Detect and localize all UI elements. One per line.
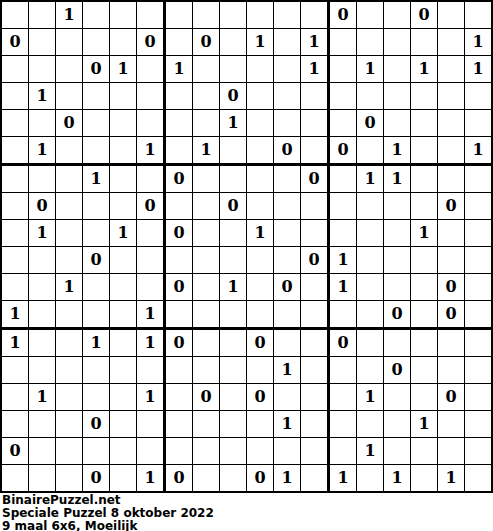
cell-r11-c13[interactable]	[357, 301, 383, 327]
cell-r9-c4[interactable]	[110, 247, 136, 273]
cell-r10-c2: 1	[56, 274, 82, 300]
cell-r9-c15[interactable]	[411, 247, 437, 273]
cell-r2-c12[interactable]	[330, 56, 356, 82]
cell-r7-c2[interactable]	[56, 193, 82, 219]
cell-r5-c3[interactable]	[83, 137, 109, 163]
cell-r14-c17[interactable]	[465, 384, 491, 410]
cell-r3-c1: 1	[29, 83, 55, 109]
cell-r0-c3[interactable]	[83, 2, 109, 28]
cell-r9-c14[interactable]	[384, 247, 410, 273]
cell-r11-c11[interactable]	[301, 301, 327, 327]
cell-r7-c3[interactable]	[83, 193, 109, 219]
cell-r3-c2[interactable]	[56, 83, 82, 109]
cell-r4-c8: 1	[220, 110, 246, 136]
cell-r9-c0[interactable]	[2, 247, 28, 273]
cell-r0-c17[interactable]	[465, 2, 491, 28]
cell-r15-c11[interactable]	[301, 411, 327, 437]
cell-r3-c8: 0	[220, 83, 246, 109]
cell-r7-c6[interactable]	[166, 193, 192, 219]
cell-r15-c17[interactable]	[465, 411, 491, 437]
cell-r3-c6[interactable]	[166, 83, 192, 109]
cell-r9-c2[interactable]	[56, 247, 82, 273]
cell-r14-c13: 1	[357, 384, 383, 410]
cell-r16-c10[interactable]	[274, 438, 300, 464]
cell-r5-c10: 0	[274, 137, 300, 163]
cell-r4-c14[interactable]	[384, 110, 410, 136]
cell-r12-c9: 0	[247, 330, 273, 356]
cell-r16-c12[interactable]	[330, 438, 356, 464]
cell-r1-c13[interactable]	[357, 29, 383, 55]
cell-r3-c17[interactable]	[465, 83, 491, 109]
cell-r17-c2[interactable]	[56, 465, 82, 491]
cell-r10-c1[interactable]	[29, 274, 55, 300]
cell-r0-c16[interactable]	[438, 2, 464, 28]
cell-r7-c9[interactable]	[247, 193, 273, 219]
cell-r15-c0[interactable]	[2, 411, 28, 437]
cell-r15-c4[interactable]	[110, 411, 136, 437]
cell-r14-c9: 0	[247, 384, 273, 410]
cell-r10-c5[interactable]	[137, 274, 163, 300]
cell-r5-c2[interactable]	[56, 137, 82, 163]
cell-r11-c2[interactable]	[56, 301, 82, 327]
cell-r10-c14[interactable]	[384, 274, 410, 300]
cell-r4-c3[interactable]	[83, 110, 109, 136]
cell-r14-c4[interactable]	[110, 384, 136, 410]
cell-r8-c2[interactable]	[56, 220, 82, 246]
cell-r2-c14[interactable]	[384, 56, 410, 82]
cell-r1-c7: 0	[193, 29, 219, 55]
cell-r16-c15[interactable]	[411, 438, 437, 464]
cell-r3-c7[interactable]	[193, 83, 219, 109]
cell-r9-c12: 1	[330, 247, 356, 273]
cell-r1-c2[interactable]	[56, 29, 82, 55]
cell-r16-c3[interactable]	[83, 438, 109, 464]
cell-r15-c2[interactable]	[56, 411, 82, 437]
cell-r13-c4[interactable]	[110, 357, 136, 383]
cell-r2-c1[interactable]	[29, 56, 55, 82]
cell-r4-c0[interactable]	[2, 110, 28, 136]
cell-r3-c0[interactable]	[2, 83, 28, 109]
cell-r2-c8[interactable]	[220, 56, 246, 82]
cell-r1-c0: 0	[2, 29, 28, 55]
cell-r9-c3: 0	[83, 247, 109, 273]
cell-r14-c2[interactable]	[56, 384, 82, 410]
cell-r11-c16: 0	[438, 301, 464, 327]
puzzle-block-1-2: 110111000	[330, 166, 491, 327]
cell-r16-c9[interactable]	[247, 438, 273, 464]
puzzle-block-1-1: 000010010	[166, 166, 327, 327]
cell-r0-c12: 0	[330, 2, 356, 28]
cell-r3-c10[interactable]	[274, 83, 300, 109]
cell-r0-c11[interactable]	[301, 2, 327, 28]
cell-r7-c7[interactable]	[193, 193, 219, 219]
cell-r14-c15[interactable]	[411, 384, 437, 410]
cell-r5-c6[interactable]	[166, 137, 192, 163]
cell-r6-c8[interactable]	[220, 166, 246, 192]
cell-r17-c17[interactable]	[465, 465, 491, 491]
cell-r9-c13[interactable]	[357, 247, 383, 273]
cell-r6-c13: 1	[357, 166, 383, 192]
cell-r15-c3: 0	[83, 411, 109, 437]
cell-r8-c17[interactable]	[465, 220, 491, 246]
cell-r1-c10[interactable]	[274, 29, 300, 55]
cell-r12-c6: 0	[166, 330, 192, 356]
cell-r10-c4[interactable]	[110, 274, 136, 300]
cell-r10-c8: 1	[220, 274, 246, 300]
cell-r6-c10[interactable]	[274, 166, 300, 192]
cell-r3-c11[interactable]	[301, 83, 327, 109]
cell-r0-c7[interactable]	[193, 2, 219, 28]
cell-r17-c3: 0	[83, 465, 109, 491]
cell-r11-c7[interactable]	[193, 301, 219, 327]
cell-r9-c10[interactable]	[274, 247, 300, 273]
cell-r2-c16[interactable]	[438, 56, 464, 82]
cell-r0-c0[interactable]	[2, 2, 28, 28]
cell-r0-c5[interactable]	[137, 2, 163, 28]
cell-r6-c0[interactable]	[2, 166, 28, 192]
cell-r12-c1[interactable]	[29, 330, 55, 356]
cell-r4-c1[interactable]	[29, 110, 55, 136]
cell-r8-c7[interactable]	[193, 220, 219, 246]
cell-r4-c5[interactable]	[137, 110, 163, 136]
cell-r3-c3[interactable]	[83, 83, 109, 109]
cell-r10-c11[interactable]	[301, 274, 327, 300]
cell-r5-c4[interactable]	[110, 137, 136, 163]
cell-r8-c16[interactable]	[438, 220, 464, 246]
cell-r1-c14[interactable]	[384, 29, 410, 55]
cell-r11-c14: 0	[384, 301, 410, 327]
cell-r6-c1[interactable]	[29, 166, 55, 192]
cell-r0-c8[interactable]	[220, 2, 246, 28]
cell-r9-c8[interactable]	[220, 247, 246, 273]
cell-r16-c7[interactable]	[193, 438, 219, 464]
cell-r8-c5[interactable]	[137, 220, 163, 246]
cell-r7-c12[interactable]	[330, 193, 356, 219]
cell-r14-c11[interactable]	[301, 384, 327, 410]
puzzle-info: 9 maal 6x6, Moeilijk	[2, 520, 493, 531]
cell-r9-c9[interactable]	[247, 247, 273, 273]
cell-r12-c11[interactable]	[301, 330, 327, 356]
cell-r4-c2: 0	[56, 110, 82, 136]
cell-r1-c1[interactable]	[29, 29, 55, 55]
cell-r2-c9[interactable]	[247, 56, 273, 82]
cell-r13-c13[interactable]	[357, 357, 383, 383]
cell-r16-c4[interactable]	[110, 438, 136, 464]
cell-r15-c8[interactable]	[220, 411, 246, 437]
cell-r15-c1[interactable]	[29, 411, 55, 437]
cell-r13-c2[interactable]	[56, 357, 82, 383]
cell-r17-c0[interactable]	[2, 465, 28, 491]
cell-r11-c0: 1	[2, 301, 28, 327]
cell-r14-c10[interactable]	[274, 384, 300, 410]
cell-r2-c10[interactable]	[274, 56, 300, 82]
cell-r4-c12[interactable]	[330, 110, 356, 136]
puzzle-block-2-2: 001011111	[330, 330, 491, 491]
cell-r15-c7[interactable]	[193, 411, 219, 437]
cell-r0-c4[interactable]	[110, 2, 136, 28]
cell-r17-c1[interactable]	[29, 465, 55, 491]
cell-r16-c11[interactable]	[301, 438, 327, 464]
cell-r10-c12: 1	[330, 274, 356, 300]
cell-r14-c0[interactable]	[2, 384, 28, 410]
cell-r7-c0[interactable]	[2, 193, 28, 219]
cell-r0-c13[interactable]	[357, 2, 383, 28]
cell-r13-c5[interactable]	[137, 357, 163, 383]
cell-r5-c16[interactable]	[438, 137, 464, 163]
cell-r0-c9[interactable]	[247, 2, 273, 28]
cell-r15-c16[interactable]	[438, 411, 464, 437]
cell-r5-c13[interactable]	[357, 137, 383, 163]
cell-r3-c12[interactable]	[330, 83, 356, 109]
cell-r16-c8[interactable]	[220, 438, 246, 464]
cell-r4-c16[interactable]	[438, 110, 464, 136]
cell-r17-c13[interactable]	[357, 465, 383, 491]
cell-r13-c10: 1	[274, 357, 300, 383]
cell-r3-c13[interactable]	[357, 83, 383, 109]
cell-r17-c15[interactable]	[411, 465, 437, 491]
cell-r1-c8[interactable]	[220, 29, 246, 55]
cell-r16-c17[interactable]	[465, 438, 491, 464]
cell-r5-c12: 0	[330, 137, 356, 163]
cell-r12-c5: 1	[137, 330, 163, 356]
cell-r6-c6: 0	[166, 166, 192, 192]
cell-r6-c15[interactable]	[411, 166, 437, 192]
cell-r14-c1: 1	[29, 384, 55, 410]
cell-r1-c16[interactable]	[438, 29, 464, 55]
cell-r15-c10: 1	[274, 411, 300, 437]
cell-r13-c11[interactable]	[301, 357, 327, 383]
cell-r12-c0: 1	[2, 330, 28, 356]
cell-r5-c8[interactable]	[220, 137, 246, 163]
cell-r16-c1[interactable]	[29, 438, 55, 464]
cell-r15-c12[interactable]	[330, 411, 356, 437]
cell-r14-c14[interactable]	[384, 384, 410, 410]
cell-r13-c1[interactable]	[29, 357, 55, 383]
cell-r6-c2[interactable]	[56, 166, 82, 192]
cell-r11-c1[interactable]	[29, 301, 55, 327]
cell-r12-c12: 0	[330, 330, 356, 356]
cell-r9-c7[interactable]	[193, 247, 219, 273]
cell-r13-c7[interactable]	[193, 357, 219, 383]
cell-r5-c9[interactable]	[247, 137, 273, 163]
cell-r6-c16[interactable]	[438, 166, 464, 192]
cell-r11-c9[interactable]	[247, 301, 273, 327]
cell-r10-c15[interactable]	[411, 274, 437, 300]
cell-r14-c3[interactable]	[83, 384, 109, 410]
cell-r10-c3[interactable]	[83, 274, 109, 300]
cell-r11-c10[interactable]	[274, 301, 300, 327]
cell-r11-c12[interactable]	[330, 301, 356, 327]
cell-r15-c6[interactable]	[166, 411, 192, 437]
cell-r3-c9[interactable]	[247, 83, 273, 109]
cell-r1-c3[interactable]	[83, 29, 109, 55]
cell-r10-c0[interactable]	[2, 274, 28, 300]
cell-r7-c14[interactable]	[384, 193, 410, 219]
puzzle-block-0-2: 0011110011	[330, 2, 491, 163]
cell-r12-c2[interactable]	[56, 330, 82, 356]
cell-r12-c10[interactable]	[274, 330, 300, 356]
cell-r17-c4[interactable]	[110, 465, 136, 491]
cell-r7-c11[interactable]	[301, 193, 327, 219]
cell-r17-c5: 1	[137, 465, 163, 491]
cell-r15-c5[interactable]	[137, 411, 163, 437]
cell-r13-c6[interactable]	[166, 357, 192, 383]
cell-r2-c2[interactable]	[56, 56, 82, 82]
cell-r1-c9: 1	[247, 29, 273, 55]
cell-r11-c17[interactable]	[465, 301, 491, 327]
cell-r9-c16[interactable]	[438, 247, 464, 273]
cell-r4-c4[interactable]	[110, 110, 136, 136]
cell-r8-c11[interactable]	[301, 220, 327, 246]
cell-r11-c4[interactable]	[110, 301, 136, 327]
cell-r8-c14[interactable]	[384, 220, 410, 246]
cell-r12-c15[interactable]	[411, 330, 437, 356]
cell-r1-c6[interactable]	[166, 29, 192, 55]
cell-r2-c0[interactable]	[2, 56, 28, 82]
cell-r3-c4[interactable]	[110, 83, 136, 109]
cell-r8-c3[interactable]	[83, 220, 109, 246]
cell-r0-c1[interactable]	[29, 2, 55, 28]
cell-r13-c12[interactable]	[330, 357, 356, 383]
cell-r0-c10[interactable]	[274, 2, 300, 28]
cell-r12-c4[interactable]	[110, 330, 136, 356]
cell-r4-c15[interactable]	[411, 110, 437, 136]
cell-r9-c5[interactable]	[137, 247, 163, 273]
cell-r15-c9[interactable]	[247, 411, 273, 437]
cell-r17-c6: 0	[166, 465, 192, 491]
cell-r5-c15[interactable]	[411, 137, 437, 163]
cell-r10-c9[interactable]	[247, 274, 273, 300]
cell-r10-c13[interactable]	[357, 274, 383, 300]
cell-r14-c7: 0	[193, 384, 219, 410]
cell-r5-c11[interactable]	[301, 137, 327, 163]
cell-r12-c13[interactable]	[357, 330, 383, 356]
cell-r17-c8[interactable]	[220, 465, 246, 491]
cell-r13-c16[interactable]	[438, 357, 464, 383]
cell-r7-c16: 0	[438, 193, 464, 219]
cell-r17-c7[interactable]	[193, 465, 219, 491]
cell-r5-c0[interactable]	[2, 137, 28, 163]
cell-r10-c6: 0	[166, 274, 192, 300]
cell-r11-c6[interactable]	[166, 301, 192, 327]
cell-r16-c16[interactable]	[438, 438, 464, 464]
cell-r13-c15[interactable]	[411, 357, 437, 383]
puzzle-board: 1000110110111101100011110011100110111000…	[0, 0, 493, 493]
cell-r9-c6[interactable]	[166, 247, 192, 273]
cell-r7-c10[interactable]	[274, 193, 300, 219]
cell-r3-c15[interactable]	[411, 83, 437, 109]
cell-r13-c3[interactable]	[83, 357, 109, 383]
cell-r2-c17: 1	[465, 56, 491, 82]
cell-r1-c4[interactable]	[110, 29, 136, 55]
cell-r0-c14[interactable]	[384, 2, 410, 28]
cell-r6-c14: 1	[384, 166, 410, 192]
cell-r10-c17[interactable]	[465, 274, 491, 300]
cell-r6-c12[interactable]	[330, 166, 356, 192]
footer: BinairePuzzel.net Speciale Puzzel 8 okto…	[0, 493, 493, 531]
cell-r6-c17[interactable]	[465, 166, 491, 192]
cell-r13-c17[interactable]	[465, 357, 491, 383]
cell-r12-c17[interactable]	[465, 330, 491, 356]
cell-r11-c15[interactable]	[411, 301, 437, 327]
cell-r10-c7[interactable]	[193, 274, 219, 300]
cell-r12-c16[interactable]	[438, 330, 464, 356]
cell-r7-c13[interactable]	[357, 193, 383, 219]
cell-r1-c15[interactable]	[411, 29, 437, 55]
cell-r3-c16[interactable]	[438, 83, 464, 109]
cell-r6-c7[interactable]	[193, 166, 219, 192]
cell-r7-c17[interactable]	[465, 193, 491, 219]
cell-r6-c4[interactable]	[110, 166, 136, 192]
cell-r8-c8[interactable]	[220, 220, 246, 246]
cell-r14-c12[interactable]	[330, 384, 356, 410]
cell-r15-c14[interactable]	[384, 411, 410, 437]
cell-r9-c1[interactable]	[29, 247, 55, 273]
cell-r4-c17[interactable]	[465, 110, 491, 136]
cell-r5-c7: 1	[193, 137, 219, 163]
cell-r14-c6[interactable]	[166, 384, 192, 410]
cell-r8-c10[interactable]	[274, 220, 300, 246]
puzzle-block-2-1: 001001001	[166, 330, 327, 491]
cell-r4-c7[interactable]	[193, 110, 219, 136]
cell-r17-c10: 1	[274, 465, 300, 491]
cell-r8-c12[interactable]	[330, 220, 356, 246]
cell-r8-c4: 1	[110, 220, 136, 246]
cell-r4-c10[interactable]	[274, 110, 300, 136]
cell-r7-c4[interactable]	[110, 193, 136, 219]
cell-r6-c9[interactable]	[247, 166, 273, 192]
cell-r13-c0[interactable]	[2, 357, 28, 383]
cell-r8-c0[interactable]	[2, 220, 28, 246]
cell-r9-c17[interactable]	[465, 247, 491, 273]
cell-r2-c5[interactable]	[137, 56, 163, 82]
cell-r6-c11: 0	[301, 166, 327, 192]
cell-r7-c8: 0	[220, 193, 246, 219]
cell-r12-c14[interactable]	[384, 330, 410, 356]
cell-r1-c12[interactable]	[330, 29, 356, 55]
cell-r2-c6: 1	[166, 56, 192, 82]
cell-r14-c8[interactable]	[220, 384, 246, 410]
cell-r16-c2[interactable]	[56, 438, 82, 464]
cell-r0-c6[interactable]	[166, 2, 192, 28]
cell-r4-c9[interactable]	[247, 110, 273, 136]
cell-r3-c5[interactable]	[137, 83, 163, 109]
cell-r7-c15[interactable]	[411, 193, 437, 219]
cell-r16-c5[interactable]	[137, 438, 163, 464]
cell-r12-c8[interactable]	[220, 330, 246, 356]
cell-r4-c11[interactable]	[301, 110, 327, 136]
cell-r3-c14[interactable]	[384, 83, 410, 109]
cell-r11-c8[interactable]	[220, 301, 246, 327]
cell-r17-c11[interactable]	[301, 465, 327, 491]
page: 1000110110111101100011110011100110111000…	[0, 0, 493, 531]
cell-r12-c7[interactable]	[193, 330, 219, 356]
cell-r17-c16: 1	[438, 465, 464, 491]
cell-r4-c6[interactable]	[166, 110, 192, 136]
cell-r16-c6[interactable]	[166, 438, 192, 464]
cell-r11-c3[interactable]	[83, 301, 109, 327]
cell-r2-c15: 1	[411, 56, 437, 82]
cell-r16-c14[interactable]	[384, 438, 410, 464]
cell-r9-c11: 0	[301, 247, 327, 273]
cell-r6-c5[interactable]	[137, 166, 163, 192]
cell-r2-c7[interactable]	[193, 56, 219, 82]
cell-r7-c1: 0	[29, 193, 55, 219]
cell-r13-c9[interactable]	[247, 357, 273, 383]
cell-r15-c13[interactable]	[357, 411, 383, 437]
cell-r13-c8[interactable]	[220, 357, 246, 383]
cell-r8-c13[interactable]	[357, 220, 383, 246]
